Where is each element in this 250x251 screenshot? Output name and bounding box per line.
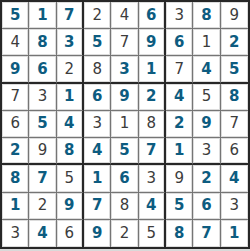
cell-r9c1[interactable]: 3 <box>2 220 29 247</box>
cell-r7c5[interactable]: 6 <box>111 165 138 192</box>
cell-r3c6[interactable]: 1 <box>139 56 166 83</box>
cell-r1c9[interactable]: 9 <box>221 2 248 29</box>
cell-r7c2[interactable]: 7 <box>29 165 56 192</box>
cell-r7c6[interactable]: 3 <box>139 165 166 192</box>
cell-r8c9[interactable]: 3 <box>221 193 248 220</box>
cell-r2c5[interactable]: 7 <box>111 29 138 56</box>
cell-r5c4[interactable]: 3 <box>84 111 111 138</box>
cell-r4c2[interactable]: 3 <box>29 84 56 111</box>
cell-r7c3[interactable]: 5 <box>57 165 84 192</box>
cell-r8c1[interactable]: 1 <box>2 193 29 220</box>
cell-r7c1[interactable]: 8 <box>2 165 29 192</box>
cell-r7c8[interactable]: 2 <box>193 165 220 192</box>
cell-r3c9[interactable]: 5 <box>221 56 248 83</box>
cell-r9c7[interactable]: 8 <box>166 220 193 247</box>
cell-r4c8[interactable]: 5 <box>193 84 220 111</box>
cell-r2c6[interactable]: 9 <box>139 29 166 56</box>
cell-r8c7[interactable]: 5 <box>166 193 193 220</box>
cell-r9c8[interactable]: 7 <box>193 220 220 247</box>
cell-r3c4[interactable]: 8 <box>84 56 111 83</box>
cell-r1c1[interactable]: 5 <box>2 2 29 29</box>
cell-r4c7[interactable]: 4 <box>166 84 193 111</box>
cell-r4c5[interactable]: 9 <box>111 84 138 111</box>
cell-r6c9[interactable]: 6 <box>221 138 248 165</box>
cell-r6c2[interactable]: 9 <box>29 138 56 165</box>
cell-r5c1[interactable]: 6 <box>2 111 29 138</box>
cell-r1c4[interactable]: 2 <box>84 2 111 29</box>
cell-r1c7[interactable]: 3 <box>166 2 193 29</box>
cell-r8c3[interactable]: 9 <box>57 193 84 220</box>
cell-r5c8[interactable]: 9 <box>193 111 220 138</box>
cell-r6c6[interactable]: 7 <box>139 138 166 165</box>
cell-r9c4[interactable]: 9 <box>84 220 111 247</box>
cell-r8c8[interactable]: 6 <box>193 193 220 220</box>
cell-r9c2[interactable]: 4 <box>29 220 56 247</box>
cell-r5c3[interactable]: 4 <box>57 111 84 138</box>
cell-r2c3[interactable]: 3 <box>57 29 84 56</box>
cell-r5c2[interactable]: 5 <box>29 111 56 138</box>
cell-r1c6[interactable]: 6 <box>139 2 166 29</box>
cell-r1c3[interactable]: 7 <box>57 2 84 29</box>
cell-r8c6[interactable]: 4 <box>139 193 166 220</box>
cell-r6c3[interactable]: 8 <box>57 138 84 165</box>
cell-r3c8[interactable]: 4 <box>193 56 220 83</box>
cell-r3c7[interactable]: 7 <box>166 56 193 83</box>
cell-r4c6[interactable]: 2 <box>139 84 166 111</box>
cell-r4c4[interactable]: 6 <box>84 84 111 111</box>
cell-r6c5[interactable]: 5 <box>111 138 138 165</box>
cell-r7c7[interactable]: 9 <box>166 165 193 192</box>
cell-r1c5[interactable]: 4 <box>111 2 138 29</box>
cell-r6c8[interactable]: 3 <box>193 138 220 165</box>
cell-r3c5[interactable]: 3 <box>111 56 138 83</box>
cell-r5c7[interactable]: 2 <box>166 111 193 138</box>
cell-r5c5[interactable]: 1 <box>111 111 138 138</box>
cell-r4c3[interactable]: 1 <box>57 84 84 111</box>
cell-r1c2[interactable]: 1 <box>29 2 56 29</box>
cell-r2c2[interactable]: 8 <box>29 29 56 56</box>
cell-r9c9[interactable]: 1 <box>221 220 248 247</box>
cell-r8c2[interactable]: 2 <box>29 193 56 220</box>
cell-r4c9[interactable]: 8 <box>221 84 248 111</box>
cell-r7c4[interactable]: 1 <box>84 165 111 192</box>
cell-r5c9[interactable]: 7 <box>221 111 248 138</box>
cell-r8c5[interactable]: 8 <box>111 193 138 220</box>
cell-r2c9[interactable]: 2 <box>221 29 248 56</box>
sudoku-page: 5172463894835796129628317457316924586543… <box>0 0 250 251</box>
cell-r9c6[interactable]: 5 <box>139 220 166 247</box>
cell-r5c6[interactable]: 8 <box>139 111 166 138</box>
cell-r2c1[interactable]: 4 <box>2 29 29 56</box>
cell-r8c4[interactable]: 7 <box>84 193 111 220</box>
sudoku-board: 5172463894835796129628317457316924586543… <box>0 0 250 249</box>
cell-r1c8[interactable]: 8 <box>193 2 220 29</box>
cell-r6c4[interactable]: 4 <box>84 138 111 165</box>
cell-r9c5[interactable]: 2 <box>111 220 138 247</box>
cell-r9c3[interactable]: 6 <box>57 220 84 247</box>
cell-r2c8[interactable]: 1 <box>193 29 220 56</box>
cell-r2c4[interactable]: 5 <box>84 29 111 56</box>
cell-r7c9[interactable]: 4 <box>221 165 248 192</box>
cell-r3c3[interactable]: 2 <box>57 56 84 83</box>
cell-r6c7[interactable]: 1 <box>166 138 193 165</box>
cell-r3c2[interactable]: 6 <box>29 56 56 83</box>
cell-r2c7[interactable]: 6 <box>166 29 193 56</box>
cell-r6c1[interactable]: 2 <box>2 138 29 165</box>
cell-r3c1[interactable]: 9 <box>2 56 29 83</box>
cell-r4c1[interactable]: 7 <box>2 84 29 111</box>
